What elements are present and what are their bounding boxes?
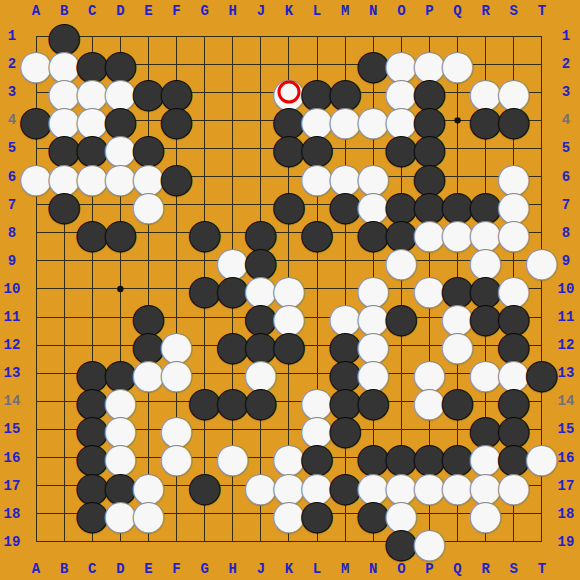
intersection-E6[interactable]: ● bbox=[134, 162, 162, 190]
intersection-B15[interactable] bbox=[50, 415, 78, 443]
intersection-F16[interactable]: ● bbox=[162, 443, 190, 471]
intersection-T3[interactable] bbox=[528, 78, 556, 106]
intersection-E1[interactable] bbox=[134, 22, 162, 50]
intersection-P10[interactable]: ● bbox=[415, 275, 443, 303]
intersection-R7[interactable]: ● bbox=[472, 191, 500, 219]
intersection-E15[interactable] bbox=[134, 415, 162, 443]
intersection-A11[interactable] bbox=[22, 303, 50, 331]
intersection-C14[interactable]: ● bbox=[78, 387, 106, 415]
intersection-S19[interactable] bbox=[500, 528, 528, 556]
intersection-A14[interactable] bbox=[22, 387, 50, 415]
intersection-T10[interactable] bbox=[528, 275, 556, 303]
intersection-G15[interactable] bbox=[191, 415, 219, 443]
intersection-O10[interactable] bbox=[387, 275, 415, 303]
intersection-R19[interactable] bbox=[472, 528, 500, 556]
intersection-M17[interactable]: ● bbox=[331, 472, 359, 500]
intersection-C7[interactable] bbox=[78, 191, 106, 219]
intersection-N18[interactable]: ● bbox=[359, 500, 387, 528]
intersection-N4[interactable]: ● bbox=[359, 106, 387, 134]
intersection-E16[interactable] bbox=[134, 443, 162, 471]
intersection-T16[interactable]: ● bbox=[528, 443, 556, 471]
intersection-C9[interactable] bbox=[78, 247, 106, 275]
intersection-C4[interactable]: ● bbox=[78, 106, 106, 134]
intersections-grid[interactable]: ●●●●●●●●●●●●●●●●●●●●●●●●●●●●●●●●●●●●●●●●… bbox=[22, 22, 556, 556]
intersection-C11[interactable] bbox=[78, 303, 106, 331]
intersection-L2[interactable] bbox=[303, 50, 331, 78]
intersection-R16[interactable]: ● bbox=[472, 443, 500, 471]
intersection-T6[interactable] bbox=[528, 162, 556, 190]
intersection-Q7[interactable]: ● bbox=[443, 191, 471, 219]
intersection-O19[interactable]: ● bbox=[387, 528, 415, 556]
intersection-H9[interactable]: ● bbox=[219, 247, 247, 275]
intersection-E7[interactable]: ● bbox=[134, 191, 162, 219]
intersection-H5[interactable] bbox=[219, 134, 247, 162]
intersection-M16[interactable] bbox=[331, 443, 359, 471]
intersection-B10[interactable] bbox=[50, 275, 78, 303]
intersection-O4[interactable]: ● bbox=[387, 106, 415, 134]
intersection-Q6[interactable] bbox=[443, 162, 471, 190]
intersection-C3[interactable]: ● bbox=[78, 78, 106, 106]
intersection-J3[interactable] bbox=[247, 78, 275, 106]
intersection-D13[interactable]: ● bbox=[106, 359, 134, 387]
intersection-Q8[interactable]: ● bbox=[443, 219, 471, 247]
intersection-A17[interactable] bbox=[22, 472, 50, 500]
intersection-D11[interactable] bbox=[106, 303, 134, 331]
intersection-S6[interactable]: ● bbox=[500, 162, 528, 190]
intersection-K1[interactable] bbox=[275, 22, 303, 50]
intersection-A18[interactable] bbox=[22, 500, 50, 528]
intersection-B19[interactable] bbox=[50, 528, 78, 556]
intersection-O15[interactable] bbox=[387, 415, 415, 443]
intersection-G5[interactable] bbox=[191, 134, 219, 162]
intersection-P7[interactable]: ● bbox=[415, 191, 443, 219]
intersection-L5[interactable]: ● bbox=[303, 134, 331, 162]
intersection-B12[interactable] bbox=[50, 331, 78, 359]
intersection-D8[interactable]: ● bbox=[106, 219, 134, 247]
intersection-G11[interactable] bbox=[191, 303, 219, 331]
intersection-M1[interactable] bbox=[331, 22, 359, 50]
intersection-A7[interactable] bbox=[22, 191, 50, 219]
intersection-B14[interactable] bbox=[50, 387, 78, 415]
intersection-D2[interactable]: ● bbox=[106, 50, 134, 78]
intersection-R2[interactable] bbox=[472, 50, 500, 78]
intersection-C8[interactable]: ● bbox=[78, 219, 106, 247]
intersection-A1[interactable] bbox=[22, 22, 50, 50]
intersection-S17[interactable]: ● bbox=[500, 472, 528, 500]
intersection-C13[interactable]: ● bbox=[78, 359, 106, 387]
intersection-D5[interactable]: ● bbox=[106, 134, 134, 162]
intersection-S7[interactable]: ● bbox=[500, 191, 528, 219]
intersection-R3[interactable]: ● bbox=[472, 78, 500, 106]
intersection-J12[interactable]: ● bbox=[247, 331, 275, 359]
intersection-N9[interactable] bbox=[359, 247, 387, 275]
intersection-Q4[interactable] bbox=[443, 106, 471, 134]
intersection-M7[interactable]: ● bbox=[331, 191, 359, 219]
intersection-N14[interactable]: ● bbox=[359, 387, 387, 415]
intersection-H11[interactable] bbox=[219, 303, 247, 331]
intersection-E14[interactable] bbox=[134, 387, 162, 415]
intersection-R13[interactable]: ● bbox=[472, 359, 500, 387]
intersection-S8[interactable]: ● bbox=[500, 219, 528, 247]
intersection-M19[interactable] bbox=[331, 528, 359, 556]
intersection-L10[interactable] bbox=[303, 275, 331, 303]
intersection-B18[interactable] bbox=[50, 500, 78, 528]
intersection-Q15[interactable] bbox=[443, 415, 471, 443]
intersection-J4[interactable] bbox=[247, 106, 275, 134]
intersection-N2[interactable]: ● bbox=[359, 50, 387, 78]
intersection-E2[interactable] bbox=[134, 50, 162, 78]
intersection-P5[interactable]: ● bbox=[415, 134, 443, 162]
intersection-L17[interactable]: ● bbox=[303, 472, 331, 500]
intersection-O18[interactable]: ● bbox=[387, 500, 415, 528]
intersection-C2[interactable]: ● bbox=[78, 50, 106, 78]
intersection-L19[interactable] bbox=[303, 528, 331, 556]
intersection-K7[interactable]: ● bbox=[275, 191, 303, 219]
intersection-G10[interactable]: ● bbox=[191, 275, 219, 303]
intersection-R10[interactable]: ● bbox=[472, 275, 500, 303]
intersection-E19[interactable] bbox=[134, 528, 162, 556]
intersection-G17[interactable]: ● bbox=[191, 472, 219, 500]
intersection-G1[interactable] bbox=[191, 22, 219, 50]
intersection-J7[interactable] bbox=[247, 191, 275, 219]
intersection-F5[interactable] bbox=[162, 134, 190, 162]
intersection-F3[interactable]: ● bbox=[162, 78, 190, 106]
intersection-P1[interactable] bbox=[415, 22, 443, 50]
intersection-G8[interactable]: ● bbox=[191, 219, 219, 247]
intersection-K3[interactable]: ● bbox=[275, 78, 303, 106]
intersection-P2[interactable]: ● bbox=[415, 50, 443, 78]
intersection-K8[interactable] bbox=[275, 219, 303, 247]
intersection-M3[interactable]: ● bbox=[331, 78, 359, 106]
intersection-T1[interactable] bbox=[528, 22, 556, 50]
intersection-P11[interactable] bbox=[415, 303, 443, 331]
intersection-K19[interactable] bbox=[275, 528, 303, 556]
intersection-K5[interactable]: ● bbox=[275, 134, 303, 162]
intersection-H8[interactable] bbox=[219, 219, 247, 247]
intersection-L13[interactable] bbox=[303, 359, 331, 387]
intersection-D6[interactable]: ● bbox=[106, 162, 134, 190]
intersection-P13[interactable]: ● bbox=[415, 359, 443, 387]
intersection-F13[interactable]: ● bbox=[162, 359, 190, 387]
intersection-S4[interactable]: ● bbox=[500, 106, 528, 134]
intersection-E10[interactable] bbox=[134, 275, 162, 303]
intersection-R1[interactable] bbox=[472, 22, 500, 50]
intersection-A16[interactable] bbox=[22, 443, 50, 471]
intersection-J14[interactable]: ● bbox=[247, 387, 275, 415]
intersection-F17[interactable] bbox=[162, 472, 190, 500]
intersection-T19[interactable] bbox=[528, 528, 556, 556]
intersection-R11[interactable]: ● bbox=[472, 303, 500, 331]
intersection-M12[interactable]: ● bbox=[331, 331, 359, 359]
intersection-F11[interactable] bbox=[162, 303, 190, 331]
intersection-G12[interactable] bbox=[191, 331, 219, 359]
intersection-J19[interactable] bbox=[247, 528, 275, 556]
intersection-P17[interactable]: ● bbox=[415, 472, 443, 500]
intersection-M8[interactable] bbox=[331, 219, 359, 247]
intersection-S11[interactable]: ● bbox=[500, 303, 528, 331]
intersection-J15[interactable] bbox=[247, 415, 275, 443]
intersection-J13[interactable]: ● bbox=[247, 359, 275, 387]
intersection-N15[interactable] bbox=[359, 415, 387, 443]
intersection-Q16[interactable]: ● bbox=[443, 443, 471, 471]
intersection-N13[interactable]: ● bbox=[359, 359, 387, 387]
intersection-Q11[interactable]: ● bbox=[443, 303, 471, 331]
intersection-H1[interactable] bbox=[219, 22, 247, 50]
intersection-O17[interactable]: ● bbox=[387, 472, 415, 500]
intersection-R9[interactable]: ● bbox=[472, 247, 500, 275]
intersection-G18[interactable] bbox=[191, 500, 219, 528]
intersection-L14[interactable]: ● bbox=[303, 387, 331, 415]
intersection-N17[interactable]: ● bbox=[359, 472, 387, 500]
intersection-J10[interactable]: ● bbox=[247, 275, 275, 303]
intersection-K16[interactable]: ● bbox=[275, 443, 303, 471]
intersection-R14[interactable] bbox=[472, 387, 500, 415]
intersection-K4[interactable]: ● bbox=[275, 106, 303, 134]
intersection-E18[interactable]: ● bbox=[134, 500, 162, 528]
intersection-G7[interactable] bbox=[191, 191, 219, 219]
intersection-H17[interactable] bbox=[219, 472, 247, 500]
intersection-A10[interactable] bbox=[22, 275, 50, 303]
intersection-M2[interactable] bbox=[331, 50, 359, 78]
intersection-J6[interactable] bbox=[247, 162, 275, 190]
intersection-C6[interactable]: ● bbox=[78, 162, 106, 190]
intersection-O13[interactable] bbox=[387, 359, 415, 387]
intersection-N16[interactable]: ● bbox=[359, 443, 387, 471]
intersection-E17[interactable]: ● bbox=[134, 472, 162, 500]
intersection-L4[interactable]: ● bbox=[303, 106, 331, 134]
intersection-D19[interactable] bbox=[106, 528, 134, 556]
intersection-D4[interactable]: ● bbox=[106, 106, 134, 134]
intersection-F12[interactable]: ● bbox=[162, 331, 190, 359]
intersection-M4[interactable]: ● bbox=[331, 106, 359, 134]
go-board[interactable]: ●●●●●●●●●●●●●●●●●●●●●●●●●●●●●●●●●●●●●●●●… bbox=[0, 0, 580, 580]
intersection-S18[interactable] bbox=[500, 500, 528, 528]
intersection-C15[interactable]: ● bbox=[78, 415, 106, 443]
intersection-G9[interactable] bbox=[191, 247, 219, 275]
intersection-C17[interactable]: ● bbox=[78, 472, 106, 500]
intersection-E9[interactable] bbox=[134, 247, 162, 275]
intersection-L18[interactable]: ● bbox=[303, 500, 331, 528]
intersection-G3[interactable] bbox=[191, 78, 219, 106]
intersection-G14[interactable]: ● bbox=[191, 387, 219, 415]
intersection-T11[interactable] bbox=[528, 303, 556, 331]
intersection-B11[interactable] bbox=[50, 303, 78, 331]
intersection-H2[interactable] bbox=[219, 50, 247, 78]
intersection-O3[interactable]: ● bbox=[387, 78, 415, 106]
intersection-R15[interactable]: ● bbox=[472, 415, 500, 443]
intersection-F18[interactable] bbox=[162, 500, 190, 528]
intersection-H3[interactable] bbox=[219, 78, 247, 106]
intersection-F7[interactable] bbox=[162, 191, 190, 219]
intersection-H6[interactable] bbox=[219, 162, 247, 190]
intersection-M10[interactable] bbox=[331, 275, 359, 303]
intersection-P19[interactable]: ● bbox=[415, 528, 443, 556]
intersection-S1[interactable] bbox=[500, 22, 528, 50]
intersection-G6[interactable] bbox=[191, 162, 219, 190]
intersection-N5[interactable] bbox=[359, 134, 387, 162]
intersection-L16[interactable]: ● bbox=[303, 443, 331, 471]
intersection-G2[interactable] bbox=[191, 50, 219, 78]
intersection-A6[interactable]: ● bbox=[22, 162, 50, 190]
intersection-T5[interactable] bbox=[528, 134, 556, 162]
intersection-O2[interactable]: ● bbox=[387, 50, 415, 78]
intersection-F10[interactable] bbox=[162, 275, 190, 303]
intersection-S2[interactable] bbox=[500, 50, 528, 78]
intersection-Q10[interactable]: ● bbox=[443, 275, 471, 303]
intersection-B2[interactable]: ● bbox=[50, 50, 78, 78]
intersection-H13[interactable] bbox=[219, 359, 247, 387]
intersection-S5[interactable] bbox=[500, 134, 528, 162]
intersection-B3[interactable]: ● bbox=[50, 78, 78, 106]
intersection-Q3[interactable] bbox=[443, 78, 471, 106]
intersection-J8[interactable]: ● bbox=[247, 219, 275, 247]
intersection-P15[interactable] bbox=[415, 415, 443, 443]
intersection-J5[interactable] bbox=[247, 134, 275, 162]
intersection-B8[interactable] bbox=[50, 219, 78, 247]
intersection-T9[interactable]: ● bbox=[528, 247, 556, 275]
intersection-Q2[interactable]: ● bbox=[443, 50, 471, 78]
intersection-J1[interactable] bbox=[247, 22, 275, 50]
intersection-K6[interactable] bbox=[275, 162, 303, 190]
intersection-C10[interactable] bbox=[78, 275, 106, 303]
intersection-G19[interactable] bbox=[191, 528, 219, 556]
intersection-A12[interactable] bbox=[22, 331, 50, 359]
intersection-H19[interactable] bbox=[219, 528, 247, 556]
intersection-F1[interactable] bbox=[162, 22, 190, 50]
intersection-F4[interactable]: ● bbox=[162, 106, 190, 134]
intersection-O14[interactable] bbox=[387, 387, 415, 415]
intersection-A4[interactable]: ● bbox=[22, 106, 50, 134]
intersection-R4[interactable]: ● bbox=[472, 106, 500, 134]
intersection-G13[interactable] bbox=[191, 359, 219, 387]
intersection-H15[interactable] bbox=[219, 415, 247, 443]
intersection-S12[interactable]: ● bbox=[500, 331, 528, 359]
intersection-M6[interactable]: ● bbox=[331, 162, 359, 190]
intersection-L12[interactable] bbox=[303, 331, 331, 359]
intersection-P6[interactable]: ● bbox=[415, 162, 443, 190]
intersection-C12[interactable] bbox=[78, 331, 106, 359]
intersection-T7[interactable] bbox=[528, 191, 556, 219]
intersection-A9[interactable] bbox=[22, 247, 50, 275]
intersection-E13[interactable]: ● bbox=[134, 359, 162, 387]
intersection-Q19[interactable] bbox=[443, 528, 471, 556]
intersection-J2[interactable] bbox=[247, 50, 275, 78]
intersection-P4[interactable]: ● bbox=[415, 106, 443, 134]
intersection-M9[interactable] bbox=[331, 247, 359, 275]
intersection-O8[interactable]: ● bbox=[387, 219, 415, 247]
intersection-N8[interactable]: ● bbox=[359, 219, 387, 247]
intersection-O9[interactable]: ● bbox=[387, 247, 415, 275]
intersection-T13[interactable]: ● bbox=[528, 359, 556, 387]
intersection-E12[interactable]: ● bbox=[134, 331, 162, 359]
intersection-D17[interactable]: ● bbox=[106, 472, 134, 500]
intersection-H14[interactable]: ● bbox=[219, 387, 247, 415]
intersection-N12[interactable]: ● bbox=[359, 331, 387, 359]
intersection-Q12[interactable]: ● bbox=[443, 331, 471, 359]
intersection-K12[interactable]: ● bbox=[275, 331, 303, 359]
intersection-G16[interactable] bbox=[191, 443, 219, 471]
intersection-R5[interactable] bbox=[472, 134, 500, 162]
intersection-S9[interactable] bbox=[500, 247, 528, 275]
intersection-D9[interactable] bbox=[106, 247, 134, 275]
intersection-F19[interactable] bbox=[162, 528, 190, 556]
intersection-H12[interactable]: ● bbox=[219, 331, 247, 359]
intersection-D15[interactable]: ● bbox=[106, 415, 134, 443]
intersection-T2[interactable] bbox=[528, 50, 556, 78]
intersection-L9[interactable] bbox=[303, 247, 331, 275]
intersection-G4[interactable] bbox=[191, 106, 219, 134]
intersection-C5[interactable]: ● bbox=[78, 134, 106, 162]
intersection-L6[interactable]: ● bbox=[303, 162, 331, 190]
intersection-T15[interactable] bbox=[528, 415, 556, 443]
intersection-N10[interactable]: ● bbox=[359, 275, 387, 303]
intersection-T18[interactable] bbox=[528, 500, 556, 528]
intersection-N1[interactable] bbox=[359, 22, 387, 50]
intersection-P14[interactable]: ● bbox=[415, 387, 443, 415]
intersection-D12[interactable] bbox=[106, 331, 134, 359]
intersection-O16[interactable]: ● bbox=[387, 443, 415, 471]
intersection-M5[interactable] bbox=[331, 134, 359, 162]
intersection-K10[interactable]: ● bbox=[275, 275, 303, 303]
intersection-B4[interactable]: ● bbox=[50, 106, 78, 134]
intersection-D10[interactable] bbox=[106, 275, 134, 303]
intersection-Q14[interactable]: ● bbox=[443, 387, 471, 415]
intersection-A13[interactable] bbox=[22, 359, 50, 387]
intersection-T12[interactable] bbox=[528, 331, 556, 359]
intersection-E3[interactable]: ● bbox=[134, 78, 162, 106]
intersection-K13[interactable] bbox=[275, 359, 303, 387]
intersection-O6[interactable] bbox=[387, 162, 415, 190]
intersection-H16[interactable]: ● bbox=[219, 443, 247, 471]
intersection-C18[interactable]: ● bbox=[78, 500, 106, 528]
intersection-A5[interactable] bbox=[22, 134, 50, 162]
intersection-A3[interactable] bbox=[22, 78, 50, 106]
intersection-J11[interactable]: ● bbox=[247, 303, 275, 331]
intersection-L3[interactable]: ● bbox=[303, 78, 331, 106]
intersection-B5[interactable]: ● bbox=[50, 134, 78, 162]
intersection-A8[interactable] bbox=[22, 219, 50, 247]
intersection-K9[interactable] bbox=[275, 247, 303, 275]
intersection-J18[interactable] bbox=[247, 500, 275, 528]
intersection-H4[interactable] bbox=[219, 106, 247, 134]
intersection-N6[interactable]: ● bbox=[359, 162, 387, 190]
intersection-D1[interactable] bbox=[106, 22, 134, 50]
intersection-P3[interactable]: ● bbox=[415, 78, 443, 106]
intersection-J17[interactable]: ● bbox=[247, 472, 275, 500]
intersection-S10[interactable]: ● bbox=[500, 275, 528, 303]
intersection-P12[interactable] bbox=[415, 331, 443, 359]
intersection-M15[interactable]: ● bbox=[331, 415, 359, 443]
intersection-H7[interactable] bbox=[219, 191, 247, 219]
intersection-B16[interactable] bbox=[50, 443, 78, 471]
intersection-A19[interactable] bbox=[22, 528, 50, 556]
intersection-D7[interactable] bbox=[106, 191, 134, 219]
intersection-O12[interactable] bbox=[387, 331, 415, 359]
intersection-Q1[interactable] bbox=[443, 22, 471, 50]
intersection-E4[interactable] bbox=[134, 106, 162, 134]
intersection-T4[interactable] bbox=[528, 106, 556, 134]
intersection-K15[interactable] bbox=[275, 415, 303, 443]
intersection-E8[interactable] bbox=[134, 219, 162, 247]
intersection-T14[interactable] bbox=[528, 387, 556, 415]
intersection-Q13[interactable] bbox=[443, 359, 471, 387]
intersection-Q9[interactable] bbox=[443, 247, 471, 275]
intersection-D3[interactable]: ● bbox=[106, 78, 134, 106]
intersection-N7[interactable]: ● bbox=[359, 191, 387, 219]
intersection-L15[interactable]: ● bbox=[303, 415, 331, 443]
intersection-R18[interactable]: ● bbox=[472, 500, 500, 528]
intersection-B1[interactable]: ● bbox=[50, 22, 78, 50]
